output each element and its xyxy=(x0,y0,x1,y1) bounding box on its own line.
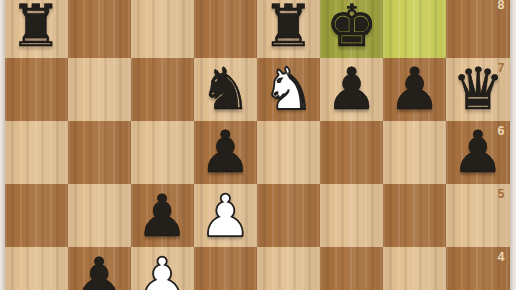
square-a5[interactable] xyxy=(5,184,68,247)
square-d4[interactable] xyxy=(194,247,257,290)
square-g4[interactable] xyxy=(383,247,446,290)
piece-black-king[interactable]: ♚ xyxy=(320,0,383,58)
piece-white-knight[interactable]: ♞ xyxy=(257,58,320,121)
square-c4[interactable]: ♟ xyxy=(131,247,194,290)
square-h4[interactable]: 4 xyxy=(446,247,509,290)
square-f4[interactable] xyxy=(320,247,383,290)
square-e8[interactable]: ♜ xyxy=(257,0,320,58)
square-e7[interactable]: ♞ xyxy=(257,58,320,121)
square-c7[interactable] xyxy=(131,58,194,121)
piece-black-pawn[interactable]: ♟ xyxy=(68,247,131,290)
piece-black-pawn[interactable]: ♟ xyxy=(194,121,257,184)
piece-black-rook[interactable]: ♜ xyxy=(5,0,68,58)
piece-black-pawn[interactable]: ♟ xyxy=(131,184,194,247)
square-d6[interactable]: ♟ xyxy=(194,121,257,184)
square-f6[interactable] xyxy=(320,121,383,184)
square-f5[interactable] xyxy=(320,184,383,247)
square-e5[interactable] xyxy=(257,184,320,247)
square-c6[interactable] xyxy=(131,121,194,184)
square-h7[interactable]: ♛7 xyxy=(446,58,509,121)
piece-white-pawn[interactable]: ♟ xyxy=(131,247,194,290)
square-e4[interactable] xyxy=(257,247,320,290)
square-f7[interactable]: ♟ xyxy=(320,58,383,121)
square-h6[interactable]: ♟6 xyxy=(446,121,509,184)
piece-black-rook[interactable]: ♜ xyxy=(257,0,320,58)
square-b8[interactable] xyxy=(68,0,131,58)
square-c8[interactable] xyxy=(131,0,194,58)
square-b7[interactable] xyxy=(68,58,131,121)
square-g6[interactable] xyxy=(383,121,446,184)
piece-black-pawn[interactable]: ♟ xyxy=(383,58,446,121)
square-g8[interactable] xyxy=(383,0,446,58)
square-d5[interactable]: ♟ xyxy=(194,184,257,247)
rank-label-4: 4 xyxy=(498,251,505,264)
square-h5[interactable]: 5 xyxy=(446,184,509,247)
square-a4[interactable] xyxy=(5,247,68,290)
square-e6[interactable] xyxy=(257,121,320,184)
square-h8[interactable]: 8 xyxy=(446,0,509,58)
screenshot-root: ♜♜♚8♞♞♟♟♛7♟♟6♟♟5♟♟4 xyxy=(0,0,516,290)
square-d8[interactable] xyxy=(194,0,257,58)
chess-board: ♜♜♚8♞♞♟♟♛7♟♟6♟♟5♟♟4 xyxy=(5,0,510,290)
square-f8[interactable]: ♚ xyxy=(320,0,383,58)
rank-label-5: 5 xyxy=(498,188,505,201)
piece-white-pawn[interactable]: ♟ xyxy=(194,184,257,247)
square-a8[interactable]: ♜ xyxy=(5,0,68,58)
piece-black-knight[interactable]: ♞ xyxy=(194,58,257,121)
square-b5[interactable] xyxy=(68,184,131,247)
square-g5[interactable] xyxy=(383,184,446,247)
square-c5[interactable]: ♟ xyxy=(131,184,194,247)
square-b4[interactable]: ♟ xyxy=(68,247,131,290)
rank-label-6: 6 xyxy=(498,125,505,138)
rank-label-8: 8 xyxy=(498,0,505,11)
square-d7[interactable]: ♞ xyxy=(194,58,257,121)
piece-black-pawn[interactable]: ♟ xyxy=(320,58,383,121)
square-a7[interactable] xyxy=(5,58,68,121)
square-a6[interactable] xyxy=(5,121,68,184)
square-b6[interactable] xyxy=(68,121,131,184)
rank-label-7: 7 xyxy=(498,62,505,75)
square-g7[interactable]: ♟ xyxy=(383,58,446,121)
